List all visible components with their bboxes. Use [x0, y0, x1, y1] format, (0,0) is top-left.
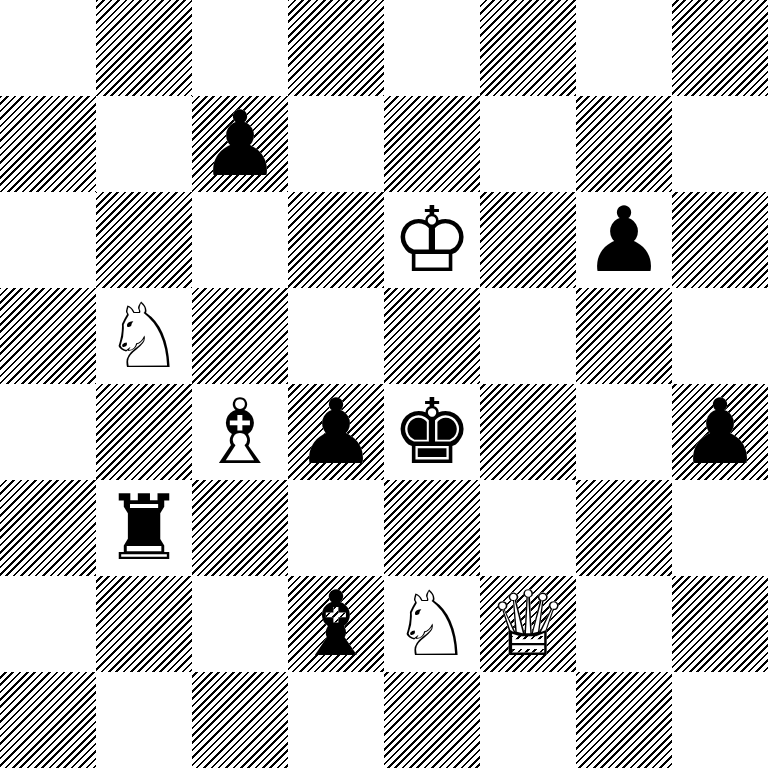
square-e8[interactable] [384, 0, 480, 96]
square-a3[interactable] [0, 480, 96, 576]
square-a7[interactable] [0, 96, 96, 192]
square-h4[interactable]: ♟♟ [672, 384, 768, 480]
piece-glyph: ♚ [384, 384, 480, 480]
square-a4[interactable] [0, 384, 96, 480]
square-h8[interactable] [672, 0, 768, 96]
square-g6[interactable]: ♟♟ [576, 192, 672, 288]
square-f8[interactable] [480, 0, 576, 96]
square-h3[interactable] [672, 480, 768, 576]
square-f1[interactable] [480, 672, 576, 768]
square-c5[interactable] [192, 288, 288, 384]
square-a8[interactable] [0, 0, 96, 96]
piece-glyph: ♘ [96, 288, 192, 384]
square-c4[interactable]: ♝♗ [192, 384, 288, 480]
square-d4[interactable]: ♟♟ [288, 384, 384, 480]
piece-glyph: ♝ [288, 576, 384, 672]
square-e2[interactable]: ♞♘ [384, 576, 480, 672]
square-d5[interactable] [288, 288, 384, 384]
square-f2[interactable]: ♛♕ [480, 576, 576, 672]
square-b8[interactable] [96, 0, 192, 96]
square-b1[interactable] [96, 672, 192, 768]
piece-glyph: ♜ [96, 480, 192, 576]
square-d1[interactable] [288, 672, 384, 768]
square-f4[interactable] [480, 384, 576, 480]
square-h1[interactable] [672, 672, 768, 768]
piece-glyph: ♟ [288, 384, 384, 480]
square-h6[interactable] [672, 192, 768, 288]
piece-glyph: ♟ [672, 384, 768, 480]
piece-glyph: ♟ [192, 96, 288, 192]
square-f7[interactable] [480, 96, 576, 192]
square-e3[interactable] [384, 480, 480, 576]
square-a6[interactable] [0, 192, 96, 288]
square-d2[interactable]: ♝♝ [288, 576, 384, 672]
square-b3[interactable]: ♜♜ [96, 480, 192, 576]
square-f6[interactable] [480, 192, 576, 288]
piece-white-queen[interactable]: ♛♕ [480, 576, 576, 672]
chess-board: ♟♟♚♔♟♟♞♘♝♗♟♟♚♚♟♟♜♜♝♝♞♘♛♕ [0, 0, 768, 768]
square-b5[interactable]: ♞♘ [96, 288, 192, 384]
square-b7[interactable] [96, 96, 192, 192]
square-e4[interactable]: ♚♚ [384, 384, 480, 480]
piece-white-king[interactable]: ♚♔ [384, 192, 480, 288]
piece-black-bishop[interactable]: ♝♝ [288, 576, 384, 672]
square-g1[interactable] [576, 672, 672, 768]
square-a1[interactable] [0, 672, 96, 768]
square-c1[interactable] [192, 672, 288, 768]
square-a5[interactable] [0, 288, 96, 384]
square-f5[interactable] [480, 288, 576, 384]
piece-white-bishop[interactable]: ♝♗ [192, 384, 288, 480]
piece-black-pawn[interactable]: ♟♟ [576, 192, 672, 288]
square-d3[interactable] [288, 480, 384, 576]
piece-glyph: ♕ [480, 576, 576, 672]
piece-glyph: ♗ [192, 384, 288, 480]
square-g2[interactable] [576, 576, 672, 672]
piece-glyph: ♟ [576, 192, 672, 288]
square-b4[interactable] [96, 384, 192, 480]
square-e7[interactable] [384, 96, 480, 192]
piece-glyph: ♔ [384, 192, 480, 288]
square-g7[interactable] [576, 96, 672, 192]
square-c2[interactable] [192, 576, 288, 672]
square-c3[interactable] [192, 480, 288, 576]
square-c6[interactable] [192, 192, 288, 288]
square-a2[interactable] [0, 576, 96, 672]
square-g5[interactable] [576, 288, 672, 384]
piece-black-pawn[interactable]: ♟♟ [288, 384, 384, 480]
square-e5[interactable] [384, 288, 480, 384]
square-d8[interactable] [288, 0, 384, 96]
piece-black-king[interactable]: ♚♚ [384, 384, 480, 480]
square-d7[interactable] [288, 96, 384, 192]
piece-glyph: ♘ [384, 576, 480, 672]
square-c8[interactable] [192, 0, 288, 96]
square-g4[interactable] [576, 384, 672, 480]
piece-white-knight[interactable]: ♞♘ [384, 576, 480, 672]
square-e6[interactable]: ♚♔ [384, 192, 480, 288]
square-c7[interactable]: ♟♟ [192, 96, 288, 192]
square-d6[interactable] [288, 192, 384, 288]
square-h2[interactable] [672, 576, 768, 672]
square-b6[interactable] [96, 192, 192, 288]
square-g8[interactable] [576, 0, 672, 96]
piece-black-pawn[interactable]: ♟♟ [192, 96, 288, 192]
piece-white-knight[interactable]: ♞♘ [96, 288, 192, 384]
square-e1[interactable] [384, 672, 480, 768]
square-b2[interactable] [96, 576, 192, 672]
square-g3[interactable] [576, 480, 672, 576]
square-f3[interactable] [480, 480, 576, 576]
square-h7[interactable] [672, 96, 768, 192]
square-h5[interactable] [672, 288, 768, 384]
piece-black-pawn[interactable]: ♟♟ [672, 384, 768, 480]
piece-black-rook[interactable]: ♜♜ [96, 480, 192, 576]
